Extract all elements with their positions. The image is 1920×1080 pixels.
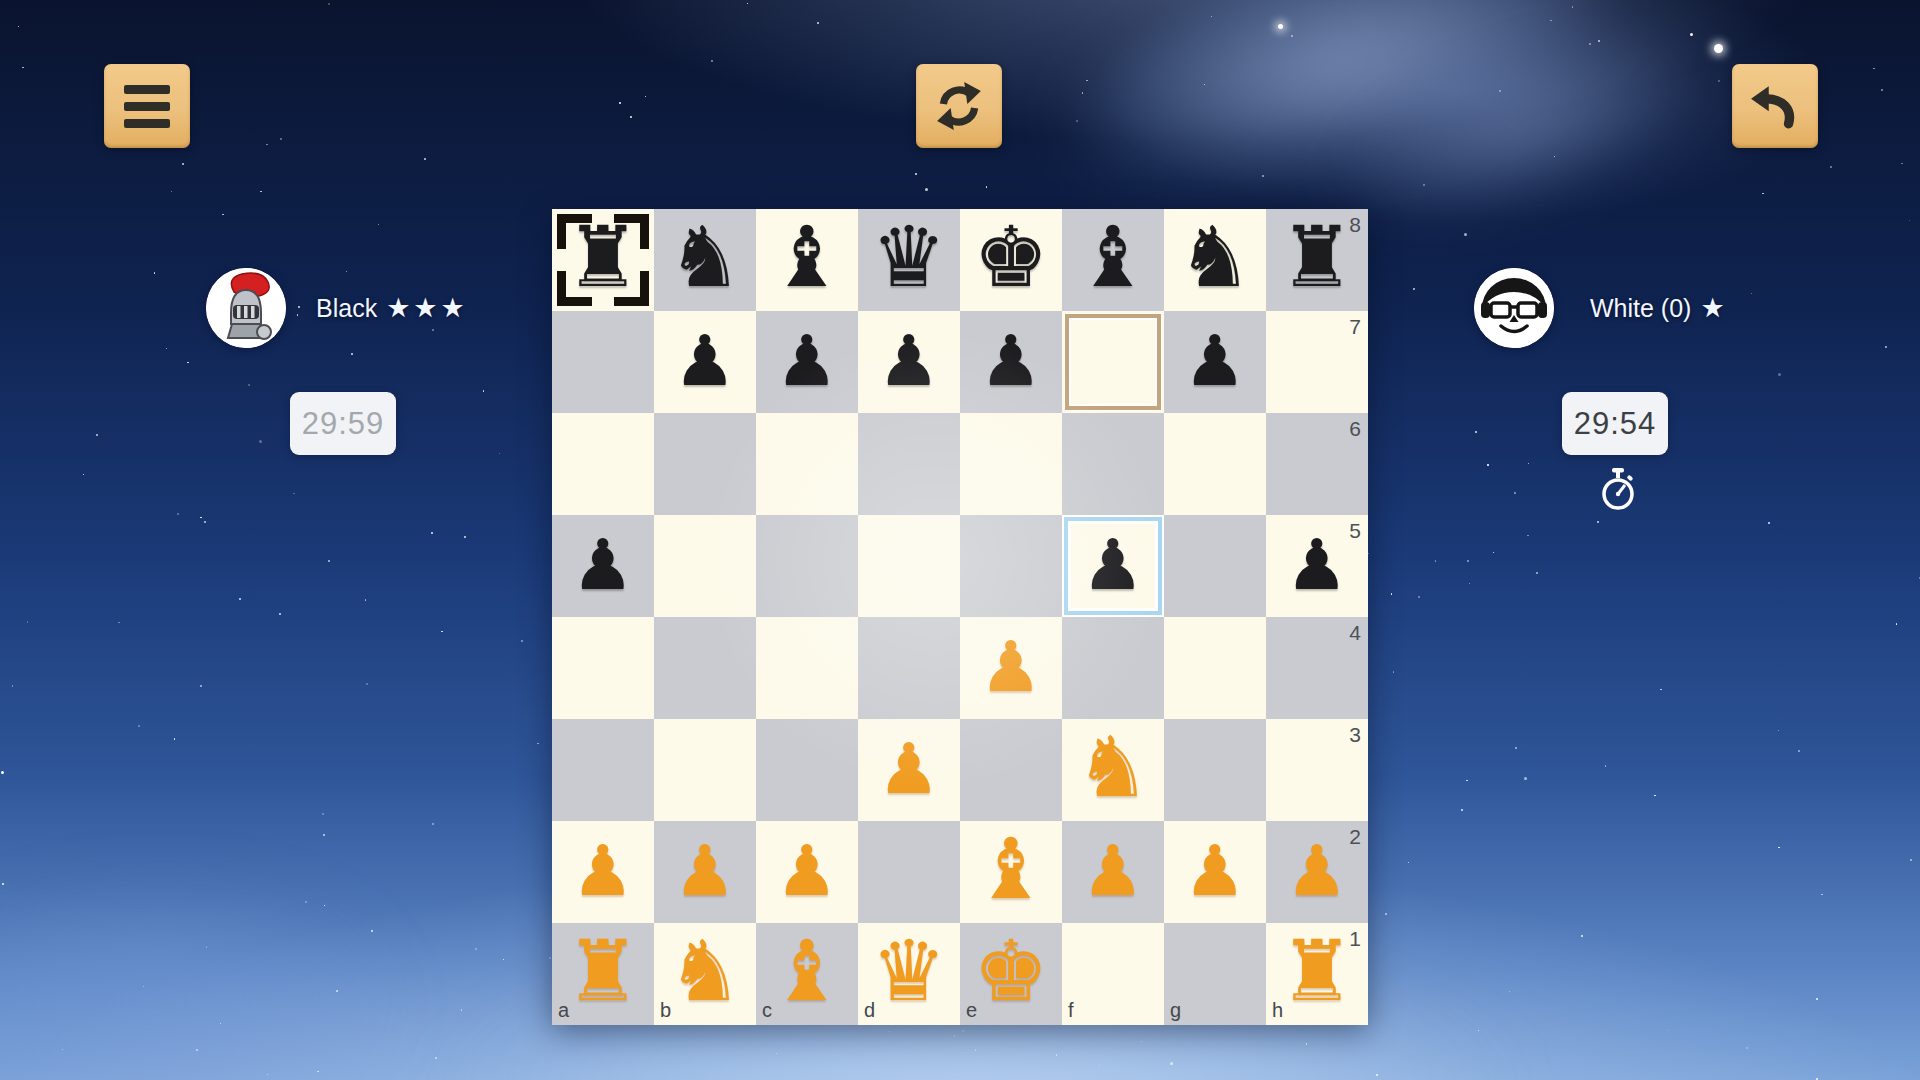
black-bishop: ♝ <box>769 215 844 299</box>
star <box>1751 293 1752 294</box>
star <box>1798 750 1799 751</box>
square-c4[interactable] <box>756 617 858 719</box>
star <box>1391 593 1392 594</box>
white-pawn: ♟ <box>980 632 1043 702</box>
square-a8[interactable]: ♜ <box>552 209 654 311</box>
file-label-e: e <box>966 999 977 1022</box>
star <box>206 946 207 947</box>
star <box>166 348 167 349</box>
star <box>432 823 434 825</box>
white-pawn: ♟ <box>572 836 635 906</box>
black-pawn: ♟ <box>776 326 839 396</box>
star <box>1572 6 1573 7</box>
square-a6[interactable] <box>552 413 654 515</box>
black-clock-time: 29:59 <box>302 406 385 442</box>
star <box>1901 163 1902 164</box>
star <box>1515 747 1517 749</box>
star <box>499 453 500 454</box>
square-e3[interactable] <box>960 719 1062 821</box>
white-player-label: White (0)★ <box>1590 293 1728 323</box>
square-b6[interactable] <box>654 413 756 515</box>
square-d3[interactable]: ♟ <box>858 719 960 821</box>
flip-board-button[interactable] <box>916 64 1002 148</box>
star <box>1487 464 1488 465</box>
black-knight: ♞ <box>1177 215 1252 299</box>
star <box>1550 20 1551 21</box>
undo-arrow-icon <box>1750 81 1800 131</box>
star <box>521 640 522 641</box>
square-e4[interactable]: ♟ <box>960 617 1062 719</box>
star <box>351 353 352 354</box>
black-pawn: ♟ <box>572 530 635 600</box>
black-pawn: ♟ <box>674 326 737 396</box>
star <box>62 1049 63 1050</box>
star <box>266 144 267 145</box>
square-b2[interactable]: ♟ <box>654 821 756 923</box>
star <box>336 990 338 992</box>
star <box>1528 463 1529 464</box>
square-f5[interactable]: ♟ <box>1062 515 1164 617</box>
square-f6[interactable] <box>1062 413 1164 515</box>
file-label-c: c <box>762 999 772 1022</box>
star <box>747 3 748 4</box>
star <box>1718 80 1720 82</box>
star <box>1461 809 1462 810</box>
star <box>143 986 144 987</box>
star <box>889 1031 890 1032</box>
bright-star <box>1714 44 1723 53</box>
star <box>1821 894 1822 895</box>
star <box>1514 492 1516 494</box>
star <box>1524 777 1527 780</box>
square-g1[interactable]: g <box>1164 923 1266 1025</box>
star <box>1086 80 1087 81</box>
star <box>1466 780 1467 781</box>
star <box>371 930 373 932</box>
black-pawn: ♟ <box>1286 530 1349 600</box>
star <box>1170 1062 1173 1065</box>
square-d7[interactable]: ♟ <box>858 311 960 413</box>
star <box>1690 33 1693 36</box>
square-h5[interactable]: ♟5 <box>1266 515 1368 617</box>
black-clock: 29:59 <box>290 392 396 455</box>
star <box>1509 991 1510 992</box>
star <box>305 901 307 903</box>
star <box>1589 43 1591 45</box>
black-knight: ♞ <box>667 215 742 299</box>
white-clock: 29:54 <box>1562 392 1668 455</box>
square-c8[interactable]: ♝ <box>756 209 858 311</box>
star <box>1493 552 1494 553</box>
square-h3[interactable]: 3 <box>1266 719 1368 821</box>
star <box>1475 431 1477 433</box>
rank-label-2: 2 <box>1349 825 1361 849</box>
star <box>83 474 84 475</box>
square-c1[interactable]: ♝c <box>756 923 858 1025</box>
square-e7[interactable]: ♟ <box>960 311 1062 413</box>
star <box>1393 671 1394 672</box>
star <box>1478 1030 1479 1031</box>
square-a5[interactable]: ♟ <box>552 515 654 617</box>
square-c7[interactable]: ♟ <box>756 311 858 413</box>
star <box>1408 862 1409 863</box>
square-g2[interactable]: ♟ <box>1164 821 1266 923</box>
star <box>323 834 325 836</box>
menu-button[interactable] <box>104 64 190 148</box>
square-b1[interactable]: ♞b <box>654 923 756 1025</box>
square-e8[interactable]: ♚ <box>960 209 1062 311</box>
star <box>118 622 119 623</box>
star <box>1076 120 1078 122</box>
star <box>200 685 202 687</box>
square-h4[interactable]: 4 <box>1266 617 1368 719</box>
square-e1[interactable]: ♚e <box>960 923 1062 1025</box>
square-b3[interactable] <box>654 719 756 821</box>
star <box>1464 233 1467 236</box>
star <box>1423 184 1425 186</box>
star <box>177 513 179 515</box>
star <box>1660 689 1661 690</box>
square-g5[interactable] <box>1164 515 1266 617</box>
star <box>1881 89 1883 91</box>
star <box>817 22 819 24</box>
black-player-name: Black <box>316 294 377 322</box>
star <box>1499 90 1501 92</box>
square-b5[interactable] <box>654 515 756 617</box>
star <box>1816 998 1818 1000</box>
last-move-from-highlight <box>1065 314 1161 410</box>
star <box>424 158 425 159</box>
star <box>27 621 28 622</box>
star <box>461 1009 462 1010</box>
black-pawn: ♟ <box>1184 326 1247 396</box>
black-rook: ♜ <box>1279 215 1354 299</box>
file-label-h: h <box>1272 999 1283 1022</box>
star <box>1306 1043 1307 1044</box>
square-a3[interactable] <box>552 719 654 821</box>
square-f1[interactable]: f <box>1062 923 1164 1025</box>
star <box>1778 730 1779 731</box>
white-player-stars: ★ <box>1700 293 1727 323</box>
star <box>962 1030 963 1031</box>
star <box>171 191 172 192</box>
star <box>915 173 917 175</box>
white-player-avatar <box>1474 268 1554 348</box>
star <box>1654 795 1655 796</box>
bright-star <box>1278 24 1283 29</box>
knight-helmet-icon <box>206 268 286 348</box>
star <box>259 440 262 443</box>
white-pawn: ♟ <box>878 734 941 804</box>
star <box>328 560 330 562</box>
star <box>239 598 240 599</box>
square-c2[interactable]: ♟ <box>756 821 858 923</box>
star <box>1581 935 1582 936</box>
star <box>1830 166 1832 168</box>
square-b7[interactable]: ♟ <box>654 311 756 413</box>
star <box>200 517 201 518</box>
square-d8[interactable]: ♛ <box>858 209 960 311</box>
star <box>1873 68 1874 69</box>
star <box>483 390 484 391</box>
white-clock-time: 29:54 <box>1574 406 1657 442</box>
star <box>2 883 3 884</box>
star <box>925 188 928 191</box>
white-pawn: ♟ <box>1184 836 1247 906</box>
black-queen: ♛ <box>871 215 946 299</box>
star <box>1 771 4 774</box>
black-rook: ♜ <box>565 215 640 299</box>
star <box>1385 913 1387 915</box>
square-f4[interactable] <box>1062 617 1164 719</box>
star <box>1778 847 1779 848</box>
star <box>322 813 324 815</box>
star <box>22 67 23 68</box>
black-player-label: Black★★★ <box>316 293 468 323</box>
white-pawn: ♟ <box>776 836 839 906</box>
star <box>1099 1065 1100 1066</box>
file-label-b: b <box>660 999 671 1022</box>
rank-label-4: 4 <box>1349 621 1361 645</box>
square-d5[interactable] <box>858 515 960 617</box>
star <box>1762 193 1763 194</box>
star <box>317 1071 318 1072</box>
star <box>630 116 632 118</box>
star <box>1768 522 1769 523</box>
star <box>537 743 538 744</box>
file-label-a: a <box>558 999 569 1022</box>
star <box>549 957 550 958</box>
star <box>378 224 379 225</box>
file-label-f: f <box>1068 999 1074 1022</box>
rank-label-6: 6 <box>1349 417 1361 441</box>
star <box>464 536 465 537</box>
square-g6[interactable] <box>1164 413 1266 515</box>
square-e2[interactable]: ♝ <box>960 821 1062 923</box>
rank-label-1: 1 <box>1349 927 1361 951</box>
square-g7[interactable]: ♟ <box>1164 311 1266 413</box>
white-pawn: ♟ <box>674 836 737 906</box>
black-pawn: ♟ <box>980 326 1043 396</box>
square-b4[interactable] <box>654 617 756 719</box>
star <box>293 493 294 494</box>
star <box>1056 1054 1057 1055</box>
star <box>174 738 175 739</box>
star <box>346 271 347 272</box>
rank-label-7: 7 <box>1349 315 1361 339</box>
star <box>776 1053 777 1054</box>
star <box>1413 288 1415 290</box>
star <box>182 163 184 165</box>
square-h1[interactable]: ♜1h <box>1266 923 1368 1025</box>
star <box>503 959 504 960</box>
star <box>297 314 298 315</box>
black-bishop: ♝ <box>1075 215 1150 299</box>
star <box>441 631 442 632</box>
black-pawn: ♟ <box>878 326 941 396</box>
hamburger-icon <box>124 85 170 128</box>
star <box>267 1074 268 1075</box>
black-player-avatar <box>206 268 286 348</box>
star <box>1536 572 1537 573</box>
star <box>1598 40 1600 42</box>
square-e6[interactable] <box>960 413 1062 515</box>
star <box>220 1023 221 1024</box>
white-knight: ♞ <box>667 929 742 1013</box>
square-a7[interactable] <box>552 311 654 413</box>
square-c6[interactable] <box>756 413 858 515</box>
star <box>1668 1030 1669 1031</box>
square-h2[interactable]: ♟2 <box>1266 821 1368 923</box>
star <box>1418 596 1420 598</box>
star <box>324 905 325 906</box>
star <box>1291 35 1293 37</box>
square-c5[interactable] <box>756 515 858 617</box>
star <box>1469 583 1470 584</box>
star <box>1082 92 1083 93</box>
star <box>138 725 140 727</box>
white-bishop: ♝ <box>769 929 844 1013</box>
file-label-d: d <box>864 999 875 1022</box>
star <box>1778 373 1781 376</box>
rank-label-5: 5 <box>1349 519 1361 543</box>
square-d1[interactable]: ♛d <box>858 923 960 1025</box>
white-king: ♚ <box>973 929 1048 1013</box>
active-turn-stopwatch-icon <box>1599 466 1637 518</box>
star <box>1467 560 1469 562</box>
white-queen: ♛ <box>871 929 946 1013</box>
star <box>1527 535 1528 536</box>
square-h7[interactable]: 7 <box>1266 311 1368 413</box>
square-a1[interactable]: ♜a <box>552 923 654 1025</box>
white-pawn: ♟ <box>1082 836 1145 906</box>
square-b8[interactable]: ♞ <box>654 209 756 311</box>
square-g8[interactable]: ♞ <box>1164 209 1266 311</box>
rank-label-3: 3 <box>1349 723 1361 747</box>
white-rook: ♜ <box>565 929 640 1013</box>
black-king: ♚ <box>973 215 1048 299</box>
star <box>248 384 250 386</box>
square-g4[interactable] <box>1164 617 1266 719</box>
star <box>222 214 223 215</box>
star <box>986 186 987 187</box>
star <box>154 272 155 273</box>
star <box>196 1049 198 1051</box>
square-c3[interactable] <box>756 719 858 821</box>
star <box>975 1049 976 1050</box>
chess-board: ♜♞♝♛♚♝♞♜8♟♟♟♟♟76♟♟♟5♟4♟♞3♟♟♟♝♟♟♟2♜a♞b♝c♛… <box>552 209 1368 1025</box>
white-knight: ♞ <box>1075 725 1150 809</box>
star <box>1885 346 1887 348</box>
white-pawn: ♟ <box>1286 836 1349 906</box>
square-d4[interactable] <box>858 617 960 719</box>
star <box>1910 859 1911 860</box>
game-screen: Black★★★ 29:59 White (0)★ 29:54 <box>0 0 1920 1080</box>
square-a2[interactable]: ♟ <box>552 821 654 923</box>
star <box>1262 175 1263 176</box>
black-pawn: ♟ <box>1082 530 1145 600</box>
square-d6[interactable] <box>858 413 960 515</box>
star <box>260 191 261 192</box>
star <box>366 683 368 685</box>
star <box>204 521 205 522</box>
star <box>475 948 477 950</box>
square-d2[interactable] <box>858 821 960 923</box>
star <box>187 362 188 363</box>
square-h6[interactable]: 6 <box>1266 413 1368 515</box>
square-a4[interactable] <box>552 617 654 719</box>
star <box>1141 1041 1142 1042</box>
square-h8[interactable]: ♜8 <box>1266 209 1368 311</box>
star <box>435 1057 437 1059</box>
square-f7[interactable] <box>1062 311 1164 413</box>
star <box>279 613 281 615</box>
star <box>645 96 646 97</box>
star <box>1211 16 1212 17</box>
star <box>1896 623 1897 624</box>
star <box>711 60 712 61</box>
white-player-name: White (0) <box>1590 294 1691 322</box>
square-f3[interactable]: ♞ <box>1062 719 1164 821</box>
star <box>365 599 366 600</box>
star <box>298 306 300 308</box>
star <box>432 329 433 330</box>
file-label-g: g <box>1170 999 1181 1022</box>
star <box>96 434 98 436</box>
square-f2[interactable]: ♟ <box>1062 821 1164 923</box>
star <box>1605 765 1606 766</box>
star <box>954 1035 955 1036</box>
rank-label-8: 8 <box>1349 213 1361 237</box>
star <box>1746 1047 1747 1048</box>
undo-button[interactable] <box>1732 64 1818 148</box>
white-rook: ♜ <box>1279 929 1354 1013</box>
star <box>1204 84 1205 85</box>
star <box>431 532 433 534</box>
star <box>1376 1074 1378 1076</box>
star <box>1435 560 1436 561</box>
star <box>280 138 282 140</box>
square-g3[interactable] <box>1164 719 1266 821</box>
square-f8[interactable]: ♝ <box>1062 209 1164 311</box>
white-bishop: ♝ <box>973 827 1048 911</box>
refresh-arrows-icon <box>934 81 984 131</box>
boy-with-glasses-icon <box>1474 268 1554 348</box>
black-player-stars: ★★★ <box>386 293 468 323</box>
square-e5[interactable] <box>960 515 1062 617</box>
star <box>18 26 19 27</box>
star <box>1909 220 1910 221</box>
star <box>1554 156 1555 157</box>
star <box>12 685 13 686</box>
star <box>619 102 621 104</box>
star <box>1597 521 1599 523</box>
star <box>328 3 330 5</box>
